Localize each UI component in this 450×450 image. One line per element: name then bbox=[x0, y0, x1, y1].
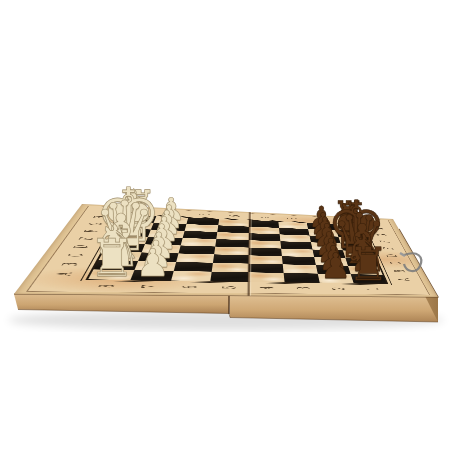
piece-shadow bbox=[148, 253, 170, 258]
piece-shadow bbox=[349, 265, 381, 273]
piece-shadow bbox=[319, 250, 339, 255]
pieces-layer: ♜♞♝♛♚♝♞♜♟♟♟♟♟♟♟♟♟♟♟♟♟♟♟♟♜♞♝♛♚♝♞♜ bbox=[0, 0, 450, 450]
piece-shadow bbox=[125, 215, 151, 221]
piece-shadow bbox=[157, 230, 177, 235]
piece-shadow bbox=[312, 223, 330, 227]
piece-shadow bbox=[338, 236, 369, 244]
piece-shadow bbox=[159, 223, 179, 228]
piece-shadow bbox=[141, 271, 165, 277]
piece-shadow bbox=[154, 238, 175, 243]
piece-shadow bbox=[314, 230, 332, 234]
piece-shadow bbox=[354, 274, 382, 281]
piece-shadow bbox=[162, 217, 181, 222]
piece-shadow bbox=[102, 251, 140, 260]
piece-shadow bbox=[144, 262, 167, 268]
piece-shadow bbox=[317, 243, 336, 248]
piece-shadow bbox=[96, 270, 128, 278]
piece-shadow bbox=[337, 230, 365, 237]
piece-shadow bbox=[321, 258, 341, 263]
product-photo-scene: 8877665544332211AABBCCDDEEFFGGHH ♜♞♝♛♚♝♞… bbox=[0, 0, 450, 450]
piece-shadow bbox=[151, 245, 173, 250]
piece-shadow bbox=[325, 275, 347, 280]
piece-shadow bbox=[316, 236, 335, 241]
piece-black-pawn-H2: ♟ bbox=[308, 203, 334, 232]
piece-shadow bbox=[337, 224, 360, 230]
piece-shadow bbox=[98, 260, 134, 269]
piece-shadow bbox=[323, 266, 344, 271]
piece-shadow bbox=[345, 257, 379, 265]
